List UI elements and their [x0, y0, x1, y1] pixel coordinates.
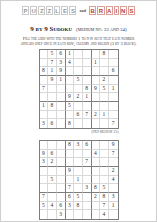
sudoku-cell-given: 5	[48, 176, 57, 185]
sudoku-cell-empty	[83, 210, 92, 219]
sudoku-cell-given: 5	[48, 50, 57, 59]
sudoku-cell-empty	[57, 158, 66, 167]
sudoku-cell-given: 1	[109, 85, 118, 94]
sudoku-cell-given: 4	[92, 150, 101, 159]
sudoku-cell-given: 2	[100, 76, 109, 85]
sudoku-cell-given: 7	[40, 85, 49, 94]
grid-33-caption: (9x9 medium 33)	[39, 129, 119, 134]
logo-letter-tile: B	[89, 6, 96, 15]
sudoku-cell-empty	[83, 59, 92, 68]
sudoku-cell-empty	[100, 93, 109, 102]
sudoku-cell-given: 2	[109, 167, 118, 176]
sudoku-cell-empty	[66, 111, 75, 120]
sudoku-cell-given: 1	[40, 102, 49, 111]
sudoku-cell-given: 9	[66, 167, 75, 176]
sudoku-cell-empty	[100, 141, 109, 150]
logo-letter-tile: E	[61, 6, 68, 15]
sudoku-cell-given: 7	[83, 111, 92, 120]
sudoku-cell-empty	[40, 93, 49, 102]
sudoku-cell-empty	[66, 67, 75, 76]
sudoku-cell-given: 3	[57, 210, 66, 219]
logo-letter-tile: I	[114, 6, 119, 15]
sudoku-cell-empty	[57, 102, 66, 111]
sudoku-cell-given: 1	[66, 50, 75, 59]
sudoku-cell-empty	[100, 102, 109, 111]
sudoku-cell-given: 2	[48, 158, 57, 167]
logo-letter-tile: S	[128, 6, 135, 15]
sudoku-cell-empty	[66, 150, 75, 159]
sudoku-cell-empty	[57, 193, 66, 202]
sudoku-cell-given: 7	[48, 59, 57, 68]
logo-letter-tile: Z	[46, 6, 53, 15]
sudoku-cell-empty	[74, 119, 83, 128]
sudoku-cell-given: 8	[92, 184, 101, 193]
logo-letter-tile: R	[97, 6, 104, 15]
sudoku-cell-empty	[109, 50, 118, 59]
sudoku-cell-given: 6	[48, 150, 57, 159]
sudoku-cell-given: 3	[83, 184, 92, 193]
sudoku-cell-given: 2	[92, 111, 101, 120]
sudoku-cell-empty	[83, 176, 92, 185]
logo-letter-tile: Z	[38, 6, 45, 15]
sudoku-cell-empty	[100, 119, 109, 128]
sudoku-cell-given: 1	[57, 76, 66, 85]
sudoku-cell-given: 9	[92, 85, 101, 94]
sudoku-cell-empty	[48, 184, 57, 193]
title-main: 9 by 9 Sudoku	[30, 25, 72, 33]
sudoku-cell-empty	[74, 150, 83, 159]
sudoku-cell-empty	[74, 102, 83, 111]
sudoku-cell-empty	[100, 59, 109, 68]
instructions: Fill the grid with the numbers 1 to 9 in…	[1, 36, 156, 46]
sudoku-cell-given: 6	[66, 193, 75, 202]
sudoku-cell-empty	[48, 141, 57, 150]
sudoku-cell-empty	[109, 93, 118, 102]
sudoku-cell-empty	[40, 59, 49, 68]
sudoku-cell-given: 8	[100, 193, 109, 202]
sudoku-cell-empty	[57, 141, 66, 150]
logo-letter-tile: U	[30, 6, 37, 15]
sudoku-cell-given: 2	[92, 193, 101, 202]
sudoku-cell-empty	[66, 85, 75, 94]
puzzle-page: PUZZLES and BRAINS 9 by 9 Sudoku (medium…	[0, 0, 157, 222]
sudoku-cell-given: 5	[40, 202, 49, 211]
sudoku-cell-empty	[48, 193, 57, 202]
sudoku-cell-empty	[92, 119, 101, 128]
sudoku-cell-empty	[57, 150, 66, 159]
sudoku-cell-empty	[57, 85, 66, 94]
sudoku-cell-given: 2	[74, 93, 83, 102]
sudoku-cell-given: 7	[66, 184, 75, 193]
sudoku-cell-empty	[92, 76, 101, 85]
sudoku-cell-empty	[92, 141, 101, 150]
sudoku-cell-empty	[57, 184, 66, 193]
sudoku-cell-empty	[83, 193, 92, 202]
sudoku-cell-given: 8	[66, 141, 75, 150]
sudoku-cell-given: 7	[83, 158, 92, 167]
sudoku-cell-empty	[57, 167, 66, 176]
sudoku-cell-empty	[48, 167, 57, 176]
sudoku-cell-given: 1	[74, 176, 83, 185]
title-sub: (medium no. 33 and 34)	[76, 27, 127, 32]
sudoku-cell-empty	[74, 50, 83, 59]
sudoku-cell-given: 5	[100, 85, 109, 94]
sudoku-cell-empty	[83, 50, 92, 59]
sudoku-cell-empty	[66, 158, 75, 167]
sudoku-cell-empty	[40, 76, 49, 85]
sudoku-cell-given: 9	[40, 150, 49, 159]
grid-34-caption: (9x9 medium 34)	[39, 220, 119, 222]
sudoku-cell-given: 4	[66, 59, 75, 68]
sudoku-cell-empty	[92, 167, 101, 176]
sudoku-cell-given: 6	[74, 111, 83, 120]
sudoku-cell-empty	[40, 111, 49, 120]
page-title: 9 by 9 Sudoku (medium no. 33 and 34)	[1, 17, 156, 35]
site-logo: PUZZLES and BRAINS	[1, 6, 156, 15]
sudoku-cell-empty	[57, 93, 66, 102]
sudoku-cell-empty	[92, 158, 101, 167]
logo-word-puzzles: PUZZLES	[22, 6, 76, 15]
sudoku-cell-empty	[57, 176, 66, 185]
sudoku-grid-33: 56187341819691527895192118567213687	[39, 49, 119, 129]
sudoku-cell-empty	[74, 210, 83, 219]
sudoku-cell-empty	[100, 167, 109, 176]
sudoku-cell-empty	[66, 176, 75, 185]
sudoku-cell-empty	[109, 210, 118, 219]
sudoku-cell-empty	[100, 67, 109, 76]
sudoku-cell-empty	[83, 167, 92, 176]
sudoku-cell-empty	[109, 59, 118, 68]
sudoku-cell-given: 9	[48, 76, 57, 85]
sudoku-cell-given: 5	[74, 76, 83, 85]
sudoku-cell-given: 3	[40, 119, 49, 128]
sudoku-cell-given: 8	[40, 67, 49, 76]
sudoku-cell-given: 5	[100, 184, 109, 193]
sudoku-cell-given: 6	[57, 50, 66, 59]
sudoku-cell-given: 7	[109, 150, 118, 159]
sudoku-cell-given: 1	[100, 111, 109, 120]
logo-letter-tile: N	[120, 6, 127, 15]
sudoku-cell-empty	[83, 202, 92, 211]
sudoku-cell-empty	[48, 111, 57, 120]
sudoku-cell-empty	[40, 50, 49, 59]
logo-letter-tile: A	[106, 6, 113, 15]
sudoku-cell-given: 8	[74, 202, 83, 211]
sudoku-cell-empty	[109, 184, 118, 193]
sudoku-cell-given: 8	[66, 119, 75, 128]
instructions-line2: appears only once in each row, column an…	[1, 41, 156, 46]
sudoku-cell-empty	[48, 93, 57, 102]
sudoku-cell-given: 3	[74, 141, 83, 150]
sudoku-cell-empty	[109, 158, 118, 167]
sudoku-cell-empty	[74, 184, 83, 193]
sudoku-cell-given: 5	[66, 102, 75, 111]
sudoku-cell-empty	[83, 67, 92, 76]
sudoku-cell-given: 9	[57, 67, 66, 76]
sudoku-cell-given: 9	[66, 93, 75, 102]
sudoku-cell-empty	[74, 85, 83, 94]
sudoku-cell-empty	[100, 158, 109, 167]
sudoku-cell-empty	[74, 59, 83, 68]
sudoku-cell-empty	[100, 150, 109, 159]
sudoku-cell-empty	[74, 158, 83, 167]
sudoku-cell-given: 4	[109, 176, 118, 185]
sudoku-cell-given: 9	[109, 141, 118, 150]
logo-letter-tile: S	[69, 6, 76, 15]
sudoku-grid-34: 83699647327925147385765283546387134	[39, 140, 119, 220]
sudoku-cell-empty	[92, 50, 101, 59]
sudoku-cell-given: 7	[40, 193, 49, 202]
sudoku-cell-given: 3	[57, 59, 66, 68]
sudoku-cell-empty	[48, 210, 57, 219]
sudoku-cell-given: 3	[40, 158, 49, 167]
sudoku-cell-given: 4	[100, 210, 109, 219]
sudoku-cell-empty	[83, 119, 92, 128]
sudoku-cell-given: 6	[109, 67, 118, 76]
sudoku-cell-empty	[92, 210, 101, 219]
logo-letter-tile: P	[22, 6, 29, 15]
sudoku-cell-given: 1	[109, 202, 118, 211]
sudoku-cell-given: 6	[83, 141, 92, 150]
sudoku-cell-given: 6	[48, 119, 57, 128]
sudoku-cell-empty	[83, 76, 92, 85]
sudoku-cell-empty	[74, 167, 83, 176]
sudoku-cell-given: 4	[48, 202, 57, 211]
sudoku-cell-empty	[92, 93, 101, 102]
sudoku-cell-empty	[92, 67, 101, 76]
sudoku-cell-empty	[40, 141, 49, 150]
sudoku-cell-empty	[40, 210, 49, 219]
sudoku-cell-empty	[109, 102, 118, 111]
sudoku-cell-empty	[92, 176, 101, 185]
sudoku-cell-given: 1	[83, 93, 92, 102]
logo-letter-tile: L	[54, 6, 61, 15]
logo-word-and: and	[79, 8, 85, 13]
sudoku-cell-given: 1	[92, 59, 101, 68]
sudoku-cell-empty	[48, 85, 57, 94]
sudoku-cell-empty	[40, 167, 49, 176]
sudoku-cell-given: 7	[109, 119, 118, 128]
sudoku-cell-given: 7	[100, 202, 109, 211]
sudoku-cell-given: 1	[48, 67, 57, 76]
sudoku-cell-empty	[109, 76, 118, 85]
sudoku-cell-empty	[74, 67, 83, 76]
sudoku-cell-empty	[66, 210, 75, 219]
sudoku-cell-empty	[40, 184, 49, 193]
sudoku-cell-given: 8	[48, 102, 57, 111]
sudoku-cell-given: 6	[57, 202, 66, 211]
sudoku-cell-empty	[83, 102, 92, 111]
sudoku-cell-empty	[92, 202, 101, 211]
sudoku-cell-empty	[40, 176, 49, 185]
sudoku-cell-empty	[100, 176, 109, 185]
sudoku-cell-empty	[109, 111, 118, 120]
sudoku-cell-given: 5	[74, 193, 83, 202]
sudoku-cell-empty	[57, 111, 66, 120]
sudoku-cell-empty	[66, 76, 75, 85]
logo-word-brains: BRAINS	[89, 6, 135, 15]
sudoku-cell-given: 3	[109, 193, 118, 202]
sudoku-cell-empty	[92, 102, 101, 111]
sudoku-cell-given: 8	[83, 85, 92, 94]
sudoku-cell-given: 3	[66, 202, 75, 211]
sudoku-cell-empty	[57, 119, 66, 128]
sudoku-cell-given: 8	[100, 50, 109, 59]
sudoku-cell-empty	[83, 150, 92, 159]
